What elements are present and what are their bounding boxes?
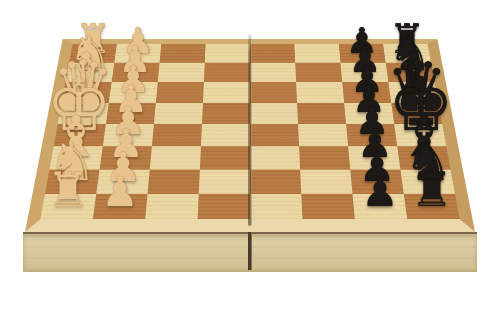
white-rook[interactable]: ♜ <box>47 166 89 213</box>
black-rook[interactable]: ♜ <box>411 166 453 213</box>
chess-set-photo: ♜♟♟♜♞♟♟♞♝♟♟♝♛♟♟♛♚♟♟♚♝♟♟♝♞♟♟♞♜♟♟♜ <box>0 0 500 312</box>
black-pawn[interactable]: ♟ <box>362 171 399 212</box>
white-pawn[interactable]: ♟ <box>101 171 138 212</box>
pieces-layer: ♜♟♟♜♞♟♟♞♝♟♟♝♛♟♟♛♚♟♟♚♝♟♟♝♞♟♟♞♜♟♟♜ <box>0 0 500 312</box>
photo-canvas: ♜♟♟♜♞♟♟♞♝♟♟♝♛♟♟♛♚♟♟♚♝♟♟♝♞♟♟♞♜♟♟♜ <box>0 0 500 312</box>
